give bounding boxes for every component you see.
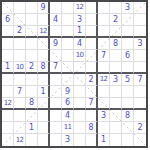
cell-r10c9-given[interactable]: 3 bbox=[98, 110, 110, 122]
cell-r10c4-empty[interactable] bbox=[38, 110, 50, 122]
cell-r2c3-empty[interactable] bbox=[26, 14, 38, 26]
cell-r2c4-empty[interactable] bbox=[38, 14, 50, 26]
cell-r4c2-empty[interactable] bbox=[14, 38, 26, 50]
cell-r6c3-given[interactable]: 2 bbox=[26, 62, 38, 74]
cell-r6c6-empty[interactable] bbox=[62, 62, 74, 74]
cell-r8c1-empty[interactable] bbox=[2, 86, 14, 98]
cell-r10c11-given[interactable]: 8 bbox=[122, 110, 134, 122]
cell-r3c11-empty[interactable] bbox=[122, 26, 134, 38]
cell-r3c10-empty[interactable] bbox=[110, 26, 122, 38]
cell-r8c7-empty[interactable] bbox=[74, 86, 86, 98]
cell-r8c12-empty[interactable] bbox=[134, 86, 146, 98]
cell-r12c12-empty[interactable] bbox=[134, 134, 146, 146]
cell-r12c9-given[interactable]: 1 bbox=[98, 134, 110, 146]
cell-r4c4-empty[interactable] bbox=[38, 38, 50, 50]
cell-r7c7-empty[interactable] bbox=[74, 74, 86, 86]
cell-r3c2-given[interactable]: 2 bbox=[14, 26, 26, 38]
cell-r11c7-empty[interactable] bbox=[74, 122, 86, 134]
cell-r6c7-empty[interactable] bbox=[74, 62, 86, 74]
cell-r9c11-empty[interactable] bbox=[122, 98, 134, 110]
cell-r8c10-empty[interactable] bbox=[110, 86, 122, 98]
cell-r11c11-empty[interactable] bbox=[122, 122, 134, 134]
cell-r3c8-empty[interactable] bbox=[86, 26, 98, 38]
cell-r12c6-given[interactable]: 3 bbox=[62, 134, 74, 146]
cell-r4c11-empty[interactable] bbox=[122, 38, 134, 50]
cell-r3c5-empty[interactable] bbox=[50, 26, 62, 38]
cell-r2c12-empty[interactable] bbox=[134, 14, 146, 26]
cell-r5c11-given[interactable]: 6 bbox=[122, 50, 134, 62]
cell-r7c3-empty[interactable] bbox=[26, 74, 38, 86]
cell-r8c2-given[interactable]: 7 bbox=[14, 86, 26, 98]
cell-r12c2-given[interactable]: 12 bbox=[14, 134, 26, 146]
cell-r1c6-empty[interactable] bbox=[62, 2, 74, 14]
cell-r7c4-empty[interactable] bbox=[38, 74, 50, 86]
cell-r5c5-empty[interactable] bbox=[50, 50, 62, 62]
cell-r1c7-given[interactable]: 12 bbox=[74, 2, 86, 14]
cell-r1c4-given[interactable]: 9 bbox=[38, 2, 50, 14]
cell-r9c5-empty[interactable] bbox=[50, 98, 62, 110]
cell-r9c9-empty[interactable] bbox=[98, 98, 110, 110]
cell-r5c8-empty[interactable] bbox=[86, 50, 98, 62]
cell-r3c3-empty[interactable] bbox=[26, 26, 38, 38]
cell-r5c2-empty[interactable] bbox=[14, 50, 26, 62]
cell-r2c7-given[interactable]: 3 bbox=[74, 14, 86, 26]
cell-r1c1-empty[interactable] bbox=[2, 2, 14, 14]
cell-r9c4-empty[interactable] bbox=[38, 98, 50, 110]
cell-r12c3-empty[interactable] bbox=[26, 134, 38, 146]
cell-r2c10-given[interactable]: 2 bbox=[110, 14, 122, 26]
cell-r4c1-empty[interactable] bbox=[2, 38, 14, 50]
cell-r7c6-empty[interactable] bbox=[62, 74, 74, 86]
cell-r12c1-empty[interactable] bbox=[2, 134, 14, 146]
cell-r7c8-given[interactable]: 2 bbox=[86, 74, 98, 86]
cell-r6c4-given[interactable]: 8 bbox=[38, 62, 50, 74]
cell-r6c12-empty[interactable] bbox=[134, 62, 146, 74]
cell-r9c10-empty[interactable] bbox=[110, 98, 122, 110]
cell-r6c11-empty[interactable] bbox=[122, 62, 134, 74]
cell-r12c5-empty[interactable] bbox=[50, 134, 62, 146]
cell-r7c10-given[interactable]: 3 bbox=[110, 74, 122, 86]
cell-r12c8-empty[interactable] bbox=[86, 134, 98, 146]
cell-r11c12-given[interactable]: 2 bbox=[134, 122, 146, 134]
cell-r11c10-empty[interactable] bbox=[110, 122, 122, 134]
cell-r7c9-given[interactable]: 12 bbox=[98, 74, 110, 86]
cell-r5c1-empty[interactable] bbox=[2, 50, 14, 62]
cell-r7c5-empty[interactable] bbox=[50, 74, 62, 86]
cell-r7c12-given[interactable]: 7 bbox=[134, 74, 146, 86]
cell-r11c5-empty[interactable] bbox=[50, 122, 62, 134]
cell-r9c12-empty[interactable] bbox=[134, 98, 146, 110]
cell-r10c8-empty[interactable] bbox=[86, 110, 98, 122]
cell-r2c9-empty[interactable] bbox=[98, 14, 110, 26]
cell-r9c3-given[interactable]: 8 bbox=[26, 98, 38, 110]
cell-r9c7-empty[interactable] bbox=[74, 98, 86, 110]
cell-r2c6-empty[interactable] bbox=[62, 14, 74, 26]
cell-r4c12-given[interactable]: 3 bbox=[134, 38, 146, 50]
cell-r1c10-empty[interactable] bbox=[110, 2, 122, 14]
cell-r5c10-empty[interactable] bbox=[110, 50, 122, 62]
cell-r11c2-empty[interactable] bbox=[14, 122, 26, 134]
cell-r11c3-given[interactable]: 1 bbox=[26, 122, 38, 134]
cell-r9c1-given[interactable]: 12 bbox=[2, 98, 14, 110]
cell-r9c8-given[interactable]: 7 bbox=[86, 98, 98, 110]
cell-r1c5-empty[interactable] bbox=[50, 2, 62, 14]
cell-r7c1-empty[interactable] bbox=[2, 74, 14, 86]
cell-r5c7-given[interactable]: 10 bbox=[74, 50, 86, 62]
cell-r5c6-empty[interactable] bbox=[62, 50, 74, 62]
cell-r6c8-empty[interactable] bbox=[86, 62, 98, 74]
cell-r6c10-empty[interactable] bbox=[110, 62, 122, 74]
cell-r12c4-empty[interactable] bbox=[38, 134, 50, 146]
cell-r3c1-empty[interactable] bbox=[2, 26, 14, 38]
cell-r10c12-empty[interactable] bbox=[134, 110, 146, 122]
cell-r4c6-empty[interactable] bbox=[62, 38, 74, 50]
cell-r11c4-empty[interactable] bbox=[38, 122, 50, 134]
cell-r8c6-given[interactable]: 9 bbox=[62, 86, 74, 98]
cell-r4c8-empty[interactable] bbox=[86, 38, 98, 50]
cell-r12c10-empty[interactable] bbox=[110, 134, 122, 146]
cell-r5c4-empty[interactable] bbox=[38, 50, 50, 62]
cell-r9c2-empty[interactable] bbox=[14, 98, 26, 110]
cell-r10c2-empty[interactable] bbox=[14, 110, 26, 122]
cell-r8c5-empty[interactable] bbox=[50, 86, 62, 98]
cell-r6c5-given[interactable]: 7 bbox=[50, 62, 62, 74]
cell-r11c6-given[interactable]: 11 bbox=[62, 122, 74, 134]
cell-r3c12-empty[interactable] bbox=[134, 26, 146, 38]
cell-r1c3-empty[interactable] bbox=[26, 2, 38, 14]
cell-r4c9-empty[interactable] bbox=[98, 38, 110, 50]
cell-r2c2-empty[interactable] bbox=[14, 14, 26, 26]
cell-r11c8-given[interactable]: 8 bbox=[86, 122, 98, 134]
cell-r7c2-empty[interactable] bbox=[14, 74, 26, 86]
cell-r10c10-empty[interactable] bbox=[110, 110, 122, 122]
cell-r3c6-empty[interactable] bbox=[62, 26, 74, 38]
cell-r8c9-empty[interactable] bbox=[98, 86, 110, 98]
cell-r9c6-given[interactable]: 6 bbox=[62, 98, 74, 110]
cell-r4c3-empty[interactable] bbox=[26, 38, 38, 50]
cell-r1c12-empty[interactable] bbox=[134, 2, 146, 14]
cell-r3c9-empty[interactable] bbox=[98, 26, 110, 38]
cell-r5c3-empty[interactable] bbox=[26, 50, 38, 62]
cell-r1c9-empty[interactable] bbox=[98, 2, 110, 14]
cell-r2c8-empty[interactable] bbox=[86, 14, 98, 26]
cell-r11c9-empty[interactable] bbox=[98, 122, 110, 134]
cell-r6c2-given[interactable]: 10 bbox=[14, 62, 26, 74]
cell-r2c1-given[interactable]: 6 bbox=[2, 14, 14, 26]
cell-r2c5-given[interactable]: 4 bbox=[50, 14, 62, 26]
sudoku-board: 9123643221219483107611028721235771912867… bbox=[0, 0, 148, 148]
cell-r4c7-given[interactable]: 4 bbox=[74, 38, 86, 50]
cell-r3c7-given[interactable]: 1 bbox=[74, 26, 86, 38]
cell-r8c11-empty[interactable] bbox=[122, 86, 134, 98]
cell-r10c6-given[interactable]: 4 bbox=[62, 110, 74, 122]
cell-r10c7-empty[interactable] bbox=[74, 110, 86, 122]
cell-r3c4-given[interactable]: 12 bbox=[38, 26, 50, 38]
cell-r8c3-empty[interactable] bbox=[26, 86, 38, 98]
cell-r12c11-empty[interactable] bbox=[122, 134, 134, 146]
cell-r6c1-given[interactable]: 1 bbox=[2, 62, 14, 74]
cell-r4c10-given[interactable]: 8 bbox=[110, 38, 122, 50]
cell-r2c11-empty[interactable] bbox=[122, 14, 134, 26]
cell-r11c1-empty[interactable] bbox=[2, 122, 14, 134]
cell-grid: 9123643221219483107611028721235771912867… bbox=[2, 2, 146, 146]
cell-r1c11-given[interactable]: 3 bbox=[122, 2, 134, 14]
cell-r5c12-empty[interactable] bbox=[134, 50, 146, 62]
cell-r6c9-empty[interactable] bbox=[98, 62, 110, 74]
cell-r4c5-given[interactable]: 9 bbox=[50, 38, 62, 50]
cell-r1c8-empty[interactable] bbox=[86, 2, 98, 14]
cell-r1c2-empty[interactable] bbox=[14, 2, 26, 14]
cell-r8c8-empty[interactable] bbox=[86, 86, 98, 98]
cell-r10c3-empty[interactable] bbox=[26, 110, 38, 122]
cell-r7c11-given[interactable]: 5 bbox=[122, 74, 134, 86]
cell-r8c4-given[interactable]: 1 bbox=[38, 86, 50, 98]
cell-r10c1-empty[interactable] bbox=[2, 110, 14, 122]
cell-r5c9-given[interactable]: 7 bbox=[98, 50, 110, 62]
cell-r12c7-empty[interactable] bbox=[74, 134, 86, 146]
cell-r10c5-empty[interactable] bbox=[50, 110, 62, 122]
